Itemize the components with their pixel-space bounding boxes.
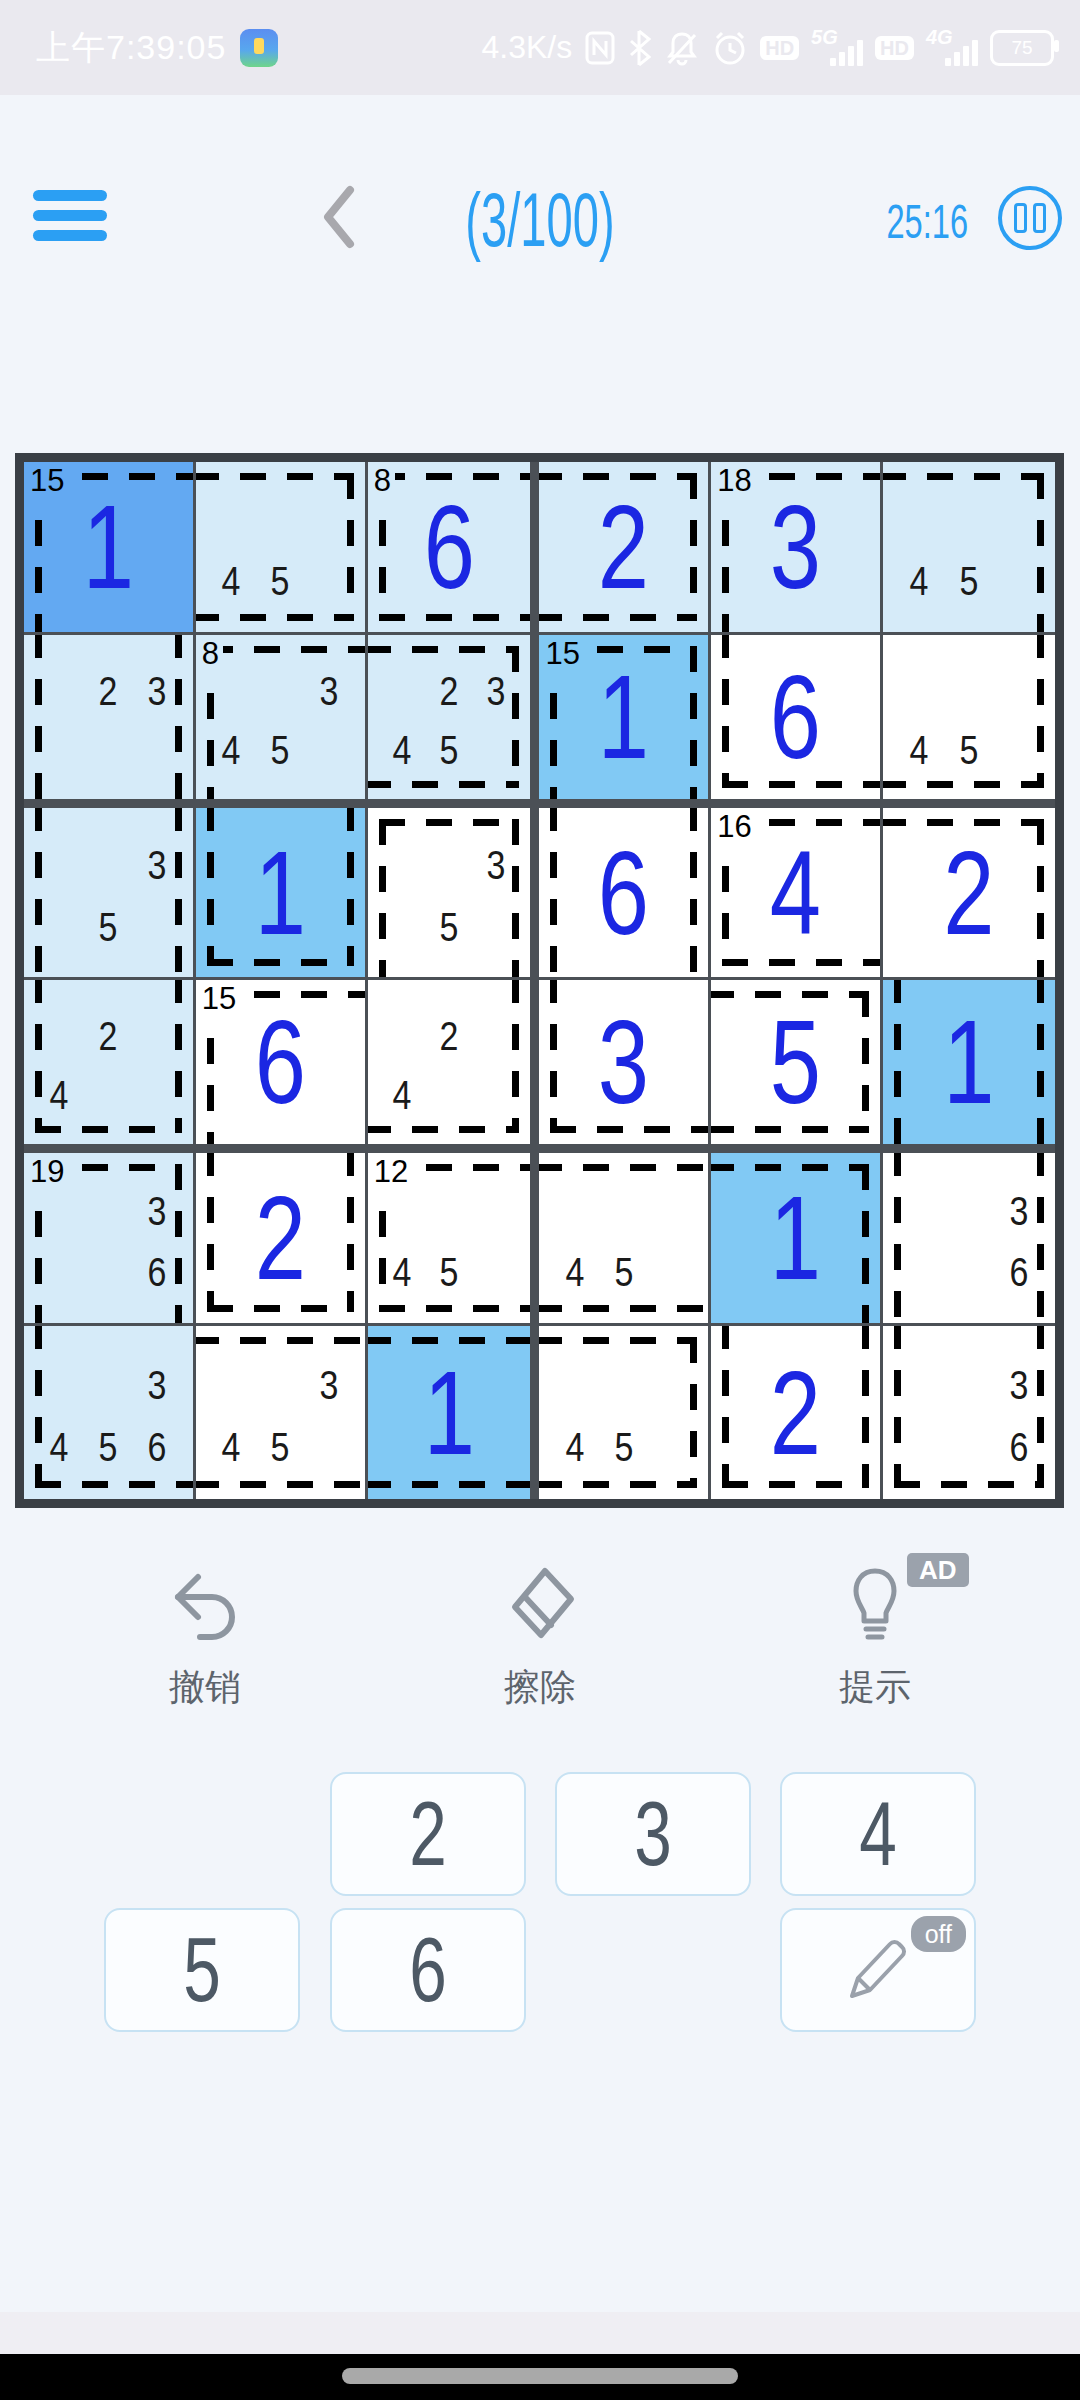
- pencil-mark: 4: [565, 1425, 584, 1470]
- net-speed: 4.3K/s: [482, 29, 573, 66]
- pencil-mark: 2: [440, 1014, 459, 1059]
- bluetooth-icon: [628, 30, 652, 66]
- clock: 上午7:39:05: [36, 25, 226, 71]
- numpad-key-4[interactable]: 4: [780, 1772, 976, 1896]
- cell-r5c6[interactable]: 36: [883, 1153, 1055, 1326]
- undo-button[interactable]: 撤销: [95, 1565, 315, 1712]
- pencil-mark: 5: [440, 1250, 459, 1295]
- cell-r1c5[interactable]: 183: [711, 462, 883, 635]
- pencil-mark: 4: [50, 1073, 69, 1118]
- cell-r5c4[interactable]: 45: [539, 1153, 711, 1326]
- navigation-bar: [0, 2354, 1080, 2400]
- pencil-mark: 4: [910, 558, 929, 603]
- cage-sum: 15: [545, 637, 583, 673]
- cell-value: 5: [730, 980, 862, 1144]
- cell-r4c3[interactable]: 24: [368, 980, 540, 1153]
- pencil-mark: 4: [392, 1250, 411, 1295]
- cage-sum: 16: [717, 810, 755, 846]
- hd-badge-1: HD: [760, 36, 799, 60]
- pencil-mark: 3: [148, 1362, 167, 1407]
- numpad-key-2[interactable]: 2: [330, 1772, 526, 1896]
- pencil-mark: 4: [50, 1425, 69, 1470]
- cell-value: 1: [386, 1326, 513, 1499]
- battery-percent: 75: [1011, 37, 1032, 59]
- pause-button[interactable]: [998, 186, 1062, 250]
- cell-r6c6[interactable]: 36: [883, 1326, 1055, 1499]
- numpad-key-6[interactable]: 6: [330, 1908, 526, 2032]
- cage-sum: 18: [717, 464, 755, 500]
- pencil-mark: 2: [99, 668, 118, 713]
- cell-r2c4[interactable]: 151: [539, 635, 711, 808]
- cell-r3c3[interactable]: 35: [368, 808, 540, 981]
- pencil-mode-button[interactable]: off: [780, 1908, 976, 2032]
- pencil-mark: 4: [222, 1425, 241, 1470]
- pencil-mark: 3: [148, 843, 167, 888]
- battery-icon: 75: [990, 30, 1054, 66]
- pencil-mark: 4: [392, 1073, 411, 1118]
- cell-value: 1: [730, 1153, 862, 1323]
- pencil-mark: 5: [614, 1425, 633, 1470]
- gesture-pill[interactable]: [342, 2368, 738, 2384]
- eraser-icon: [495, 1565, 585, 1649]
- header: (3/100) 25:16: [0, 160, 1080, 280]
- pencil-off-badge: off: [911, 1916, 966, 1952]
- pencil-icon: [838, 1930, 918, 2010]
- cell-r4c5[interactable]: 5: [711, 980, 883, 1153]
- cell-r1c2[interactable]: 45: [196, 462, 368, 635]
- cell-value: 2: [730, 1326, 862, 1499]
- pencil-mark: 5: [271, 1425, 290, 1470]
- cell-r2c3[interactable]: 2345: [368, 635, 540, 808]
- cell-value: 3: [558, 980, 690, 1144]
- pencil-mark: 5: [960, 558, 979, 603]
- pencil-mark: 3: [487, 843, 506, 888]
- cell-r3c2[interactable]: 1: [196, 808, 368, 981]
- pencil-mark: 3: [1009, 1362, 1028, 1407]
- cell-value: 1: [214, 808, 346, 978]
- cell-r4c6[interactable]: 1: [883, 980, 1055, 1153]
- erase-button[interactable]: 擦除: [430, 1565, 650, 1712]
- nfc-icon: [584, 30, 616, 66]
- cage-sum: 12: [374, 1155, 412, 1191]
- cell-r6c1[interactable]: 3456: [24, 1326, 196, 1499]
- cage-sum: 19: [30, 1155, 68, 1191]
- vibrate-mute-icon: [664, 30, 700, 66]
- cell-r4c2[interactable]: 156: [196, 980, 368, 1153]
- pencil-mark: 2: [440, 668, 459, 713]
- undo-label: 撤销: [95, 1663, 315, 1712]
- numpad-key-3[interactable]: 3: [555, 1772, 751, 1896]
- cell-r6c3[interactable]: 1: [368, 1326, 540, 1499]
- numpad-key-5[interactable]: 5: [104, 1908, 300, 2032]
- board: 1514586218345238345234515164535135616422…: [15, 453, 1064, 1508]
- alarm-icon: [712, 30, 748, 66]
- cell-r1c4[interactable]: 2: [539, 462, 711, 635]
- hint-button[interactable]: AD 提示: [765, 1565, 985, 1712]
- cell-r5c5[interactable]: 1: [711, 1153, 883, 1326]
- pencil-mark: 3: [148, 668, 167, 713]
- cell-value: 2: [214, 1153, 346, 1323]
- cell-r5c1[interactable]: 1936: [24, 1153, 196, 1326]
- cell-value: 1: [902, 980, 1036, 1144]
- pencil-mark: 4: [910, 727, 929, 772]
- hd-badge-2: HD: [875, 36, 914, 60]
- timer: 25:16: [886, 194, 968, 249]
- pencil-mark: 3: [148, 1189, 167, 1234]
- cell-r6c5[interactable]: 2: [711, 1326, 883, 1499]
- cell-r3c5[interactable]: 164: [711, 808, 883, 981]
- cell-r4c4[interactable]: 3: [539, 980, 711, 1153]
- cell-r2c2[interactable]: 8345: [196, 635, 368, 808]
- status-bar: 上午7:39:05 4.3K/s HD: [0, 0, 1080, 95]
- cell-value: 2: [902, 808, 1036, 978]
- pencil-mark: 4: [565, 1250, 584, 1295]
- cell-value: 2: [558, 462, 690, 632]
- cell-r2c5[interactable]: 6: [711, 635, 883, 808]
- erase-label: 擦除: [430, 1663, 650, 1712]
- level-progress: (3/100): [205, 160, 875, 280]
- cell-r3c4[interactable]: 6: [539, 808, 711, 981]
- cell-r3c1[interactable]: 35: [24, 808, 196, 981]
- app-icon: [240, 29, 278, 67]
- cell-r5c3[interactable]: 1245: [368, 1153, 540, 1326]
- pencil-mark: 5: [440, 904, 459, 949]
- toolbar: 撤销 擦除 AD 提示: [0, 1565, 1080, 1735]
- cell-value: 6: [558, 808, 690, 978]
- pencil-mark: 3: [320, 1362, 339, 1407]
- cell-r6c4[interactable]: 45: [539, 1326, 711, 1499]
- pencil-mark: 5: [960, 727, 979, 772]
- pencil-mark: 4: [222, 558, 241, 603]
- pencil-mark: 6: [148, 1250, 167, 1295]
- pencil-mark: 6: [148, 1425, 167, 1470]
- cage-sum: 15: [202, 982, 240, 1018]
- pencil-mark: 4: [392, 727, 411, 772]
- hint-label: 提示: [765, 1663, 985, 1712]
- cage-sum: 8: [202, 637, 223, 673]
- cell-r1c6[interactable]: 45: [883, 462, 1055, 635]
- cell-r2c6[interactable]: 45: [883, 635, 1055, 808]
- signal-5g: 5G: [811, 28, 863, 68]
- cell-r1c1[interactable]: 151: [24, 462, 196, 635]
- cell-r1c3[interactable]: 86: [368, 462, 540, 635]
- cell-r2c1[interactable]: 23: [24, 635, 196, 808]
- cage-sum: 8: [374, 464, 395, 500]
- undo-icon: [160, 1565, 250, 1649]
- pencil-mark: 5: [99, 904, 118, 949]
- pencil-mark: 5: [440, 727, 459, 772]
- cell-r4c1[interactable]: 24: [24, 980, 196, 1153]
- pencil-mark: 2: [99, 1014, 118, 1059]
- pencil-mark: 5: [614, 1250, 633, 1295]
- pencil-mark: 5: [271, 558, 290, 603]
- pencil-mark: 5: [271, 727, 290, 772]
- ad-badge: AD: [907, 1553, 969, 1587]
- cell-r5c2[interactable]: 2: [196, 1153, 368, 1326]
- cell-value: 6: [386, 462, 513, 632]
- screen: 上午7:39:05 4.3K/s HD: [0, 0, 1080, 2400]
- cell-value: 6: [730, 635, 862, 799]
- pencil-mark: 3: [1009, 1189, 1028, 1234]
- pencil-mark: 3: [487, 668, 506, 713]
- cell-r3c6[interactable]: 2: [883, 808, 1055, 981]
- cage-sum: 15: [30, 464, 68, 500]
- menu-icon[interactable]: [33, 190, 107, 250]
- pencil-mark: 3: [320, 668, 339, 713]
- pencil-mark: 6: [1009, 1250, 1028, 1295]
- pencil-mark: 6: [1009, 1425, 1028, 1470]
- cell-r6c2[interactable]: 345: [196, 1326, 368, 1499]
- signal-4g: 4G: [926, 28, 978, 68]
- pencil-mark: 5: [99, 1425, 118, 1470]
- bottom-strip: [0, 2312, 1080, 2354]
- pencil-mark: 4: [222, 727, 241, 772]
